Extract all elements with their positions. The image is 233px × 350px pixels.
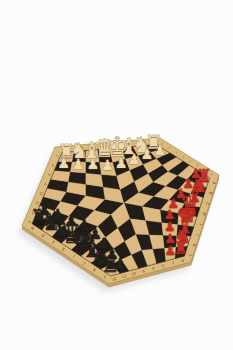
natural-pawn: ♟	[57, 155, 70, 171]
product-photo-background: 123412111094321567812111095678HGFEIJKLAB…	[0, 0, 233, 350]
board-cell	[86, 173, 103, 187]
natural-pawn: ♟	[141, 146, 154, 162]
natural-pawn: ♟	[101, 157, 114, 173]
natural-pawn: ♟	[86, 156, 99, 172]
black-rook: ♜	[101, 253, 120, 277]
natural-pawn: ♟	[115, 155, 128, 171]
natural-pawn: ♟	[128, 151, 141, 167]
natural-pawn: ♟	[72, 156, 85, 172]
red-pawn: ♟	[164, 243, 176, 258]
natural-pawn: ♟	[153, 142, 166, 158]
three-player-chess-board: 123412111094321567812111095678HGFEIJKLAB…	[0, 0, 233, 350]
